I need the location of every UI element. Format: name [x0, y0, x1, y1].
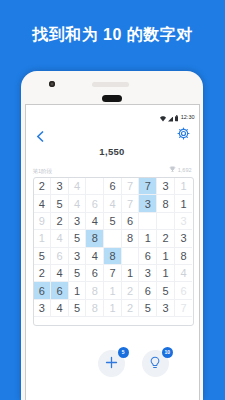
add-badge: 5	[118, 347, 129, 358]
grid-cell[interactable]: 4	[104, 195, 122, 212]
grid-cell[interactable]: 8	[86, 282, 104, 299]
status-time: 12:30	[181, 114, 195, 120]
grid-cell[interactable]: 1	[122, 265, 140, 282]
grid-cell[interactable]: 6	[86, 265, 104, 282]
score-display: 1,550	[26, 146, 199, 157]
grid-cell[interactable]: 1	[34, 230, 52, 247]
battery-icon	[175, 108, 179, 126]
grid-cell[interactable]: 6	[139, 282, 157, 299]
grid-cell[interactable]: 4	[69, 195, 87, 212]
grid-cell[interactable]: 3	[69, 213, 87, 230]
grid-cell[interactable]: 5	[69, 230, 87, 247]
grid-cell[interactable]: 3	[139, 195, 157, 212]
grid-cell[interactable]: 2	[51, 213, 69, 230]
grid-cell[interactable]: 4	[86, 213, 104, 230]
grid-cell[interactable]: 3	[175, 213, 193, 230]
grid-cell[interactable]: 3	[69, 248, 87, 265]
grid-cell[interactable]: 3	[139, 265, 157, 282]
chevron-left-icon	[36, 128, 44, 145]
grid-cell[interactable]: 4	[51, 265, 69, 282]
grid-cell[interactable]: 8	[104, 248, 122, 265]
board: 2346773145464738192345631458812356348618…	[33, 177, 194, 326]
grid-cell[interactable]: 7	[122, 178, 140, 195]
grid-cell[interactable]: 2	[34, 265, 52, 282]
add-button[interactable]: 5	[98, 350, 125, 377]
grid-cell[interactable]: 7	[122, 195, 140, 212]
grid-cell[interactable]: 5	[157, 282, 175, 299]
grid-cell[interactable]	[157, 213, 175, 230]
hint-button[interactable]: 10	[142, 350, 169, 377]
grid-cell[interactable]: 6	[104, 178, 122, 195]
grid-cell[interactable]: 6	[175, 282, 193, 299]
grid-cell[interactable]	[122, 248, 140, 265]
grid-cell[interactable]: 5	[69, 300, 87, 317]
best-score: 1,692	[169, 166, 192, 174]
grid-cell[interactable]: 4	[34, 195, 52, 212]
grid-cell[interactable]: 6	[51, 282, 69, 299]
best-score-value: 1,692	[178, 167, 192, 173]
wifi-icon	[160, 108, 166, 126]
grid-cell[interactable]: 2	[122, 282, 140, 299]
grid-cell[interactable]: 6	[51, 248, 69, 265]
grid-cell[interactable]: 8	[86, 230, 104, 247]
status-bar: 12:30	[160, 108, 194, 126]
grid-cell[interactable]: 8	[122, 230, 140, 247]
trophy-icon	[169, 166, 176, 174]
grid-cell[interactable]: 5	[34, 248, 52, 265]
gear-icon	[177, 126, 190, 143]
grid-cell[interactable]: 5	[69, 265, 87, 282]
grid-cell[interactable]: 8	[175, 248, 193, 265]
grid-cell[interactable]: 8	[157, 195, 175, 212]
banner-title: 找到和为 10 的数字对	[0, 0, 225, 71]
grid-cell[interactable]: 4	[51, 230, 69, 247]
grid-cell[interactable]: 9	[34, 213, 52, 230]
grid-cell[interactable]: 5	[139, 300, 157, 317]
grid-cell[interactable]: 6	[34, 282, 52, 299]
grid-cell[interactable]: 1	[139, 230, 157, 247]
grid-cell[interactable]: 1	[175, 195, 193, 212]
grid-cell[interactable]: 7	[139, 178, 157, 195]
grid-cell[interactable]: 3	[157, 178, 175, 195]
cell-signal-icon	[168, 108, 174, 126]
speaker-grille	[92, 82, 129, 87]
grid-cell[interactable]: 4	[86, 248, 104, 265]
front-camera-icon	[49, 81, 55, 87]
hint-badge: 10	[162, 347, 173, 358]
grid-cell[interactable]: 4	[51, 300, 69, 317]
grid-cell[interactable]: 3	[157, 300, 175, 317]
earpiece-speaker	[102, 95, 122, 102]
grid-cell[interactable]: 1	[104, 300, 122, 317]
grid-cell[interactable]: 4	[175, 265, 193, 282]
phone-screen: 12:30 1,550	[25, 104, 200, 400]
grid-cell[interactable]: 2	[34, 178, 52, 195]
settings-button[interactable]	[177, 126, 191, 140]
grid-cell[interactable]: 1	[69, 282, 87, 299]
grid-cell[interactable]: 1	[157, 265, 175, 282]
grid-cell[interactable]	[139, 213, 157, 230]
grid-cell[interactable]: 1	[157, 248, 175, 265]
grid-cell[interactable]: 2	[122, 300, 140, 317]
grid-cell[interactable]: 5	[104, 213, 122, 230]
stage-label: 第1阶段	[33, 168, 53, 175]
grid-cell[interactable]: 7	[104, 265, 122, 282]
grid-cell[interactable]	[86, 178, 104, 195]
grid-cell[interactable]: 3	[34, 300, 52, 317]
grid-cell[interactable]	[104, 230, 122, 247]
grid-cell[interactable]: 6	[86, 195, 104, 212]
grid-cell[interactable]: 7	[175, 300, 193, 317]
grid-cell[interactable]: 1	[104, 282, 122, 299]
lightbulb-icon	[149, 355, 161, 373]
grid-cell[interactable]: 8	[86, 300, 104, 317]
grid-cell[interactable]: 3	[175, 230, 193, 247]
grid-cell[interactable]: 5	[51, 195, 69, 212]
grid-cell[interactable]: 2	[157, 230, 175, 247]
grid-cell[interactable]: 6	[139, 248, 157, 265]
phone-mockup: 12:30 1,550	[21, 71, 203, 400]
grid-cell[interactable]: 3	[51, 178, 69, 195]
grid-cell[interactable]: 1	[175, 178, 193, 195]
plus-icon	[105, 355, 118, 373]
back-button[interactable]	[36, 128, 48, 142]
app-background: 找到和为 10 的数字对 12:30	[0, 0, 225, 400]
grid-cell[interactable]: 6	[122, 213, 140, 230]
grid-cell[interactable]: 4	[69, 178, 87, 195]
